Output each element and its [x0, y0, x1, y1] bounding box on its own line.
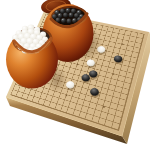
hoshi-point — [103, 106, 105, 108]
hoshi-point — [54, 29, 56, 31]
white-stone — [65, 80, 75, 89]
white-stone — [86, 58, 96, 67]
bowl-stone — [15, 39, 22, 46]
hoshi-point — [43, 55, 45, 57]
bowl-stone — [22, 29, 29, 36]
bowl-stone — [66, 8, 71, 13]
hoshi-point — [32, 84, 34, 86]
bowl-stone — [28, 25, 35, 32]
bowl-stone — [70, 14, 71, 15]
black-stone — [113, 54, 123, 63]
bowl-stone — [60, 9, 65, 14]
bowl-stone — [12, 35, 19, 42]
hoshi-point — [121, 43, 123, 45]
bowl-stone — [18, 33, 25, 40]
hoshi-point — [112, 73, 114, 75]
bowl-stone — [18, 43, 25, 50]
black-stone — [89, 87, 100, 97]
bowl-stone — [56, 11, 57, 12]
bowl-stone — [20, 38, 27, 45]
bowl-stone — [67, 9, 68, 10]
bowl-stone — [24, 33, 31, 40]
bowl-stone — [16, 30, 23, 37]
lid-rim-ring — [45, 0, 66, 12]
hoshi-point — [86, 36, 88, 38]
hoshi-point — [65, 94, 67, 96]
hoshi-point — [76, 64, 78, 66]
bowl-stone — [80, 15, 81, 16]
bowl-stone — [77, 10, 82, 15]
go-board — [6, 11, 149, 136]
bowl-stone — [22, 26, 28, 32]
white-stone — [96, 46, 106, 54]
go-scene-illustration — [0, 0, 150, 150]
bowl-stone — [78, 11, 79, 12]
stones-layer — [6, 11, 149, 136]
bowl-stone — [71, 9, 76, 14]
